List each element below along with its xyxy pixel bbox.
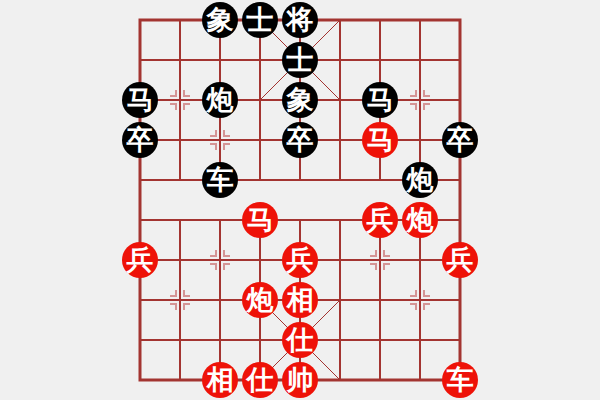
black-pawn-glyph: 卒 xyxy=(127,126,154,153)
black-chariot-glyph: 车 xyxy=(207,166,234,193)
red-pawn[interactable]: 兵 xyxy=(442,242,478,278)
red-pawn-glyph: 兵 xyxy=(447,246,474,273)
black-horse-glyph: 马 xyxy=(367,86,394,113)
black-pawn-glyph: 卒 xyxy=(287,126,314,153)
red-pawn[interactable]: 兵 xyxy=(282,242,318,278)
black-pawn-glyph: 卒 xyxy=(447,126,474,153)
red-cannon-glyph: 炮 xyxy=(407,206,434,233)
red-advisor[interactable]: 仕 xyxy=(242,362,278,398)
red-advisor-glyph: 仕 xyxy=(247,366,274,393)
black-cannon-glyph: 炮 xyxy=(207,86,234,113)
red-cannon[interactable]: 炮 xyxy=(242,282,278,318)
red-pawn[interactable]: 兵 xyxy=(122,242,158,278)
red-general-glyph: 帅 xyxy=(287,366,314,393)
red-advisor-glyph: 仕 xyxy=(287,326,314,353)
board-background: 象士将士马炮象马卒卒马卒车炮马兵炮兵兵兵炮相仕相仕帅车 xyxy=(0,0,600,400)
black-elephant-glyph: 象 xyxy=(207,6,234,33)
red-cannon[interactable]: 炮 xyxy=(402,202,438,238)
black-elephant[interactable]: 象 xyxy=(282,82,318,118)
red-elephant-glyph: 相 xyxy=(287,286,314,313)
black-elephant[interactable]: 象 xyxy=(202,2,238,38)
black-cannon-glyph: 炮 xyxy=(407,166,434,193)
red-horse[interactable]: 马 xyxy=(242,202,278,238)
red-cannon-glyph: 炮 xyxy=(247,286,274,313)
red-general[interactable]: 帅 xyxy=(282,362,318,398)
black-pawn[interactable]: 卒 xyxy=(122,122,158,158)
black-advisor[interactable]: 士 xyxy=(282,42,318,78)
black-elephant-glyph: 象 xyxy=(287,86,314,113)
black-horse-glyph: 马 xyxy=(127,86,154,113)
black-horse[interactable]: 马 xyxy=(362,82,398,118)
red-horse[interactable]: 马 xyxy=(362,122,398,158)
red-advisor[interactable]: 仕 xyxy=(282,322,318,358)
red-chariot[interactable]: 车 xyxy=(442,362,478,398)
red-pawn-glyph: 兵 xyxy=(367,206,394,233)
black-advisor-glyph: 士 xyxy=(287,46,314,73)
black-cannon[interactable]: 炮 xyxy=(402,162,438,198)
black-advisor-glyph: 士 xyxy=(247,6,274,33)
black-horse[interactable]: 马 xyxy=(122,82,158,118)
red-elephant-glyph: 相 xyxy=(207,366,234,393)
red-pawn-glyph: 兵 xyxy=(287,246,314,273)
black-chariot[interactable]: 车 xyxy=(202,162,238,198)
red-chariot-glyph: 车 xyxy=(447,366,474,393)
red-pawn[interactable]: 兵 xyxy=(362,202,398,238)
red-horse-glyph: 马 xyxy=(367,126,394,153)
red-horse-glyph: 马 xyxy=(247,206,274,233)
xiangqi-board: 象士将士马炮象马卒卒马卒车炮马兵炮兵兵兵炮相仕相仕帅车 xyxy=(120,0,480,400)
red-elephant[interactable]: 相 xyxy=(202,362,238,398)
black-general[interactable]: 将 xyxy=(282,2,318,38)
black-advisor[interactable]: 士 xyxy=(242,2,278,38)
black-general-glyph: 将 xyxy=(287,6,314,33)
black-pawn[interactable]: 卒 xyxy=(442,122,478,158)
black-pawn[interactable]: 卒 xyxy=(282,122,318,158)
red-pawn-glyph: 兵 xyxy=(127,246,154,273)
black-cannon[interactable]: 炮 xyxy=(202,82,238,118)
red-elephant[interactable]: 相 xyxy=(282,282,318,318)
